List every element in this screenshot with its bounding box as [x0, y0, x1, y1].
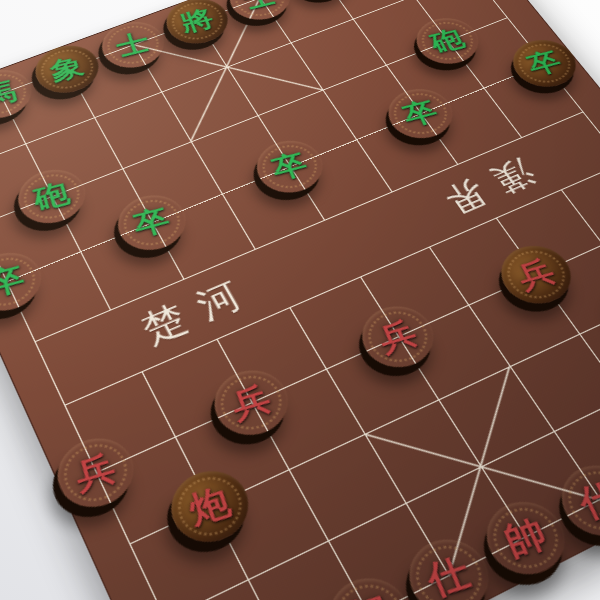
piece-glyph: 馬 [0, 78, 19, 110]
piece-glyph: 卒 [523, 48, 565, 79]
piece-glyph: 士 [241, 0, 280, 12]
piece-glyph: 卒 [269, 150, 312, 184]
piece-glyph: 相 [343, 591, 396, 600]
photo-backdrop: 楚河 漢界 車馬象士將士象馬車砲砲卒卒卒卒卒兵兵兵兵兵炮炮車馬相仕帥仕相馬車 [0, 0, 600, 600]
piece-green-cannon[interactable]: 砲 [9, 161, 96, 233]
piece-green-elephant[interactable]: 象 [27, 38, 109, 101]
piece-green-soldier[interactable]: 卒 [246, 132, 334, 202]
pieces-layer: 車馬象士將士象馬車砲砲卒卒卒卒卒兵兵兵兵兵炮炮車馬相仕帥仕相馬車 [0, 0, 600, 600]
piece-glyph: 兵 [513, 256, 560, 294]
piece-glyph: 將 [178, 6, 217, 35]
piece-green-soldier[interactable]: 卒 [377, 81, 464, 147]
piece-green-advisor[interactable]: 士 [93, 14, 174, 76]
piece-red-cannon[interactable]: 炮 [159, 459, 261, 554]
piece-red-soldier[interactable]: 兵 [350, 296, 447, 378]
piece-glyph: 象 [48, 54, 87, 85]
piece-glyph: 兵 [374, 317, 421, 357]
piece-glyph: 仕 [574, 477, 600, 523]
piece-green-soldier[interactable]: 卒 [502, 32, 588, 95]
piece-green-general[interactable]: 將 [157, 0, 238, 51]
piece-green-soldier[interactable]: 卒 [108, 186, 197, 260]
piece-green-advisor[interactable]: 士 [220, 0, 301, 27]
piece-glyph: 砲 [31, 179, 72, 214]
piece-green-elephant[interactable]: 象 [281, 0, 361, 4]
piece-red-soldier[interactable]: 兵 [46, 427, 145, 520]
piece-glyph: 兵 [228, 381, 275, 423]
piece-glyph: 砲 [427, 26, 468, 56]
piece-glyph: 仕 [423, 552, 476, 600]
piece-glyph: 士 [114, 30, 153, 60]
piece-red-elephant[interactable]: 相 [315, 565, 424, 600]
piece-red-soldier[interactable]: 兵 [203, 360, 301, 447]
piece-red-soldier[interactable]: 兵 [489, 236, 585, 314]
piece-glyph: 兵 [72, 450, 119, 495]
piece-green-cannon[interactable]: 砲 [405, 11, 489, 72]
piece-glyph: 卒 [131, 205, 174, 241]
piece-glyph: 卒 [399, 97, 442, 129]
piece-glyph: 帥 [499, 514, 552, 561]
piece-green-soldier[interactable]: 卒 [0, 243, 51, 321]
piece-glyph: 卒 [0, 263, 27, 301]
piece-glyph: 炮 [186, 483, 235, 529]
xiangqi-board: 楚河 漢界 車馬象士將士象馬車砲砲卒卒卒卒卒兵兵兵兵兵炮炮車馬相仕帥仕相馬車 [0, 0, 600, 600]
